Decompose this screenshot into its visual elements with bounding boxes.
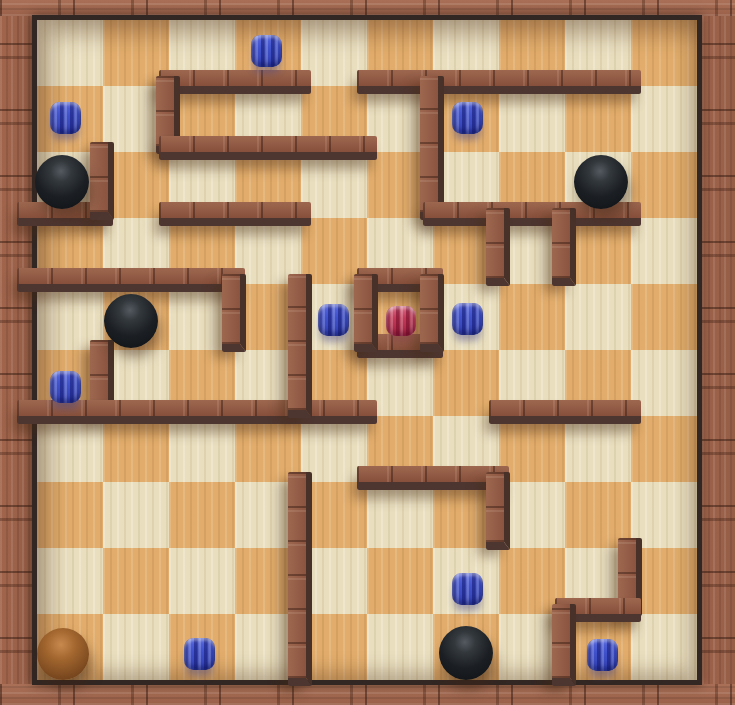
board-cell [565, 284, 631, 350]
board-cell [169, 416, 235, 482]
blue-coin [50, 102, 81, 134]
board-cell [631, 284, 697, 350]
board-cell [37, 20, 103, 86]
blue-coin [251, 35, 282, 67]
board-cell [499, 86, 565, 152]
board-cell [631, 86, 697, 152]
board-cell [565, 416, 631, 482]
board-cell [37, 548, 103, 614]
wall-segment [288, 274, 312, 418]
board-cell [631, 218, 697, 284]
board-cell [367, 482, 433, 548]
wooden-maze-frame [0, 0, 735, 705]
black-marble[interactable] [35, 155, 89, 209]
board-cell [631, 614, 697, 680]
wall-segment [486, 472, 510, 550]
board-cell [499, 284, 565, 350]
blue-coin [452, 573, 483, 605]
frame-border-left [0, 0, 33, 705]
black-marble[interactable] [104, 294, 158, 348]
blue-coin [587, 639, 618, 671]
board-cell [103, 416, 169, 482]
board-cell [37, 416, 103, 482]
black-marble[interactable] [574, 155, 628, 209]
board-cell [367, 548, 433, 614]
wall-segment [354, 274, 378, 352]
wall-segment [222, 274, 246, 352]
board-cell [103, 482, 169, 548]
maze-board[interactable] [32, 15, 702, 685]
board-cell [631, 416, 697, 482]
blue-coin [318, 304, 349, 336]
wall-segment [17, 400, 377, 424]
board-cell [565, 86, 631, 152]
frame-border-top [0, 0, 735, 16]
board-cell [103, 614, 169, 680]
wall-segment [159, 70, 311, 94]
wall-segment [489, 400, 641, 424]
board-cell [169, 482, 235, 548]
blue-coin [184, 638, 215, 670]
wall-segment [552, 604, 576, 686]
wall-segment [90, 142, 114, 220]
frame-border-bottom [0, 684, 735, 705]
wall-segment [552, 208, 576, 286]
black-marble[interactable] [439, 626, 493, 680]
wall-segment [420, 76, 444, 220]
board-cell [37, 482, 103, 548]
board-cell [169, 548, 235, 614]
frame-border-right [702, 0, 735, 705]
wall-segment [159, 202, 311, 226]
wall-segment [420, 274, 444, 352]
red-coin [386, 306, 416, 336]
blue-coin [50, 371, 81, 403]
board-cell [103, 548, 169, 614]
wall-segment [357, 70, 641, 94]
wall-segment [159, 136, 377, 160]
blue-coin [452, 303, 483, 335]
brown-marble[interactable] [37, 628, 89, 680]
board-cell [367, 614, 433, 680]
wall-segment [486, 208, 510, 286]
wall-segment [17, 268, 245, 292]
wall-segment [288, 472, 312, 686]
blue-coin [452, 102, 483, 134]
